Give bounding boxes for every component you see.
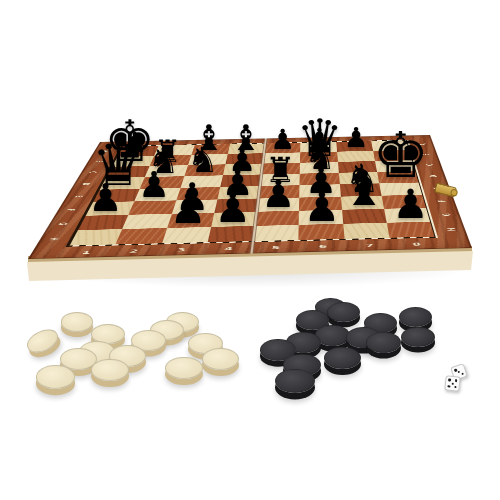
board-square <box>257 198 300 212</box>
checker-disc-dark <box>401 327 435 347</box>
board-square <box>176 187 220 200</box>
file-label: F <box>436 200 447 202</box>
checker-disc-dark <box>366 332 401 353</box>
board-square <box>134 188 180 201</box>
board-square <box>386 222 434 238</box>
file-label: A <box>417 143 427 145</box>
file-label: G <box>57 222 70 225</box>
board-square <box>339 183 381 196</box>
board-square <box>381 195 426 209</box>
die-pip <box>448 378 451 381</box>
die-pip <box>454 385 457 388</box>
checker-disc-light <box>202 348 239 370</box>
file-label: H <box>47 237 61 240</box>
file-label: E <box>73 195 85 197</box>
board-square <box>78 215 129 230</box>
rank-label: 5 <box>271 245 280 250</box>
board-square <box>338 161 377 173</box>
board-square <box>342 209 387 224</box>
die-pip <box>454 379 457 382</box>
board-square <box>253 225 299 241</box>
board-square <box>299 210 343 225</box>
board-square <box>260 174 300 186</box>
file-label: C <box>88 171 99 173</box>
board-square <box>343 223 390 239</box>
board-square <box>93 189 140 202</box>
checker-disc-light <box>36 365 75 388</box>
rank-label: 6 <box>319 244 328 249</box>
board-square <box>211 212 257 227</box>
checker-disc-light <box>61 312 93 331</box>
rank-label: 8 <box>412 241 422 246</box>
file-label: C <box>424 164 434 166</box>
board-square <box>375 160 415 172</box>
board-square <box>379 183 422 196</box>
board-square <box>100 177 145 190</box>
board-square <box>70 229 123 245</box>
file-label: G <box>440 213 452 216</box>
board-square <box>122 214 171 229</box>
board-square <box>377 171 419 183</box>
board-square <box>299 197 341 211</box>
board-square <box>255 211 299 226</box>
chess-board: AABBCCDDEEFFGGHH12345678 <box>28 135 472 259</box>
board-square <box>129 200 176 214</box>
board-square <box>338 172 379 184</box>
board-square <box>220 174 261 187</box>
board-square <box>207 226 255 242</box>
board-square <box>261 163 300 175</box>
die-pip <box>458 371 461 374</box>
file-label: D <box>428 175 439 177</box>
checker-disc-dark <box>324 347 361 369</box>
checker-disc-light <box>165 357 203 380</box>
board-square <box>171 199 217 213</box>
board-square <box>140 176 184 189</box>
board-square <box>300 173 340 185</box>
board-square <box>86 201 135 215</box>
die-pip <box>447 385 450 388</box>
product-photo-scene: AABBCCDDEEFFGGHH12345678 ♟♝♝♟♟♟♚♜♛♞♞♟♞♛♜… <box>0 0 500 500</box>
rank-label: 2 <box>129 248 139 253</box>
board-square <box>116 228 167 244</box>
checker-disc-dark <box>327 302 360 322</box>
rank-label: 4 <box>224 246 233 251</box>
rank-label: 7 <box>365 243 374 248</box>
checker-disc-light <box>91 359 129 382</box>
file-label: H <box>445 228 458 231</box>
board-square <box>299 184 340 197</box>
checker-disc-light <box>23 325 61 357</box>
board-square <box>299 224 344 240</box>
checker-disc-dark <box>399 307 432 327</box>
board-square <box>162 227 211 243</box>
board-square <box>258 185 299 198</box>
board-square <box>180 175 223 188</box>
board-square <box>300 162 338 174</box>
die-pip <box>454 369 457 372</box>
die-pip <box>461 372 464 375</box>
file-label: B <box>94 160 105 162</box>
board-square <box>217 186 260 199</box>
die <box>444 375 460 391</box>
board-square <box>340 196 383 210</box>
file-label: A <box>100 150 110 152</box>
file-label: B <box>421 153 431 155</box>
rank-label: 3 <box>176 247 186 252</box>
board-square <box>167 213 214 228</box>
file-label: D <box>80 183 92 186</box>
checker-disc-dark <box>275 369 315 393</box>
board-square <box>214 199 258 213</box>
die-pip <box>451 382 454 385</box>
file-label: F <box>65 208 77 210</box>
board-square <box>384 208 430 223</box>
